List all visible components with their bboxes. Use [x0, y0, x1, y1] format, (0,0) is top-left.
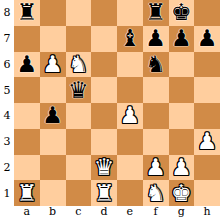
square-g8[interactable]: ♚ [169, 0, 195, 26]
file-labels: abcdefgh [14, 205, 220, 220]
black-rook[interactable]: ♜ [145, 1, 166, 24]
square-a4[interactable] [14, 103, 40, 129]
square-c1[interactable] [66, 180, 92, 206]
square-c8[interactable] [66, 0, 92, 26]
square-e8[interactable] [117, 0, 143, 26]
square-b5[interactable] [40, 77, 66, 103]
square-f3[interactable] [143, 129, 169, 155]
white-queen[interactable]: ♛ [94, 156, 115, 179]
rank-label-7: 7 [0, 26, 14, 52]
square-a3[interactable] [14, 129, 40, 155]
square-b1[interactable] [40, 180, 66, 206]
white-pawn[interactable]: ♟ [120, 104, 141, 127]
black-pawn[interactable]: ♟ [171, 27, 192, 50]
square-d8[interactable] [91, 0, 117, 26]
rank-labels: 87654321 [0, 0, 14, 206]
rank-label-4: 4 [0, 103, 14, 129]
square-h6[interactable] [194, 52, 220, 78]
file-label-g: g [169, 205, 195, 220]
rank-label-8: 8 [0, 0, 14, 26]
square-e2[interactable] [117, 155, 143, 181]
square-a1[interactable]: ♜ [14, 180, 40, 206]
file-label-f: f [143, 205, 169, 220]
square-f5[interactable] [143, 77, 169, 103]
square-h2[interactable] [194, 155, 220, 181]
white-rook[interactable]: ♜ [94, 182, 115, 205]
square-b3[interactable] [40, 129, 66, 155]
square-e3[interactable] [117, 129, 143, 155]
white-pawn[interactable]: ♟ [145, 156, 166, 179]
black-pawn[interactable]: ♟ [145, 27, 166, 50]
white-knight[interactable]: ♞ [145, 182, 166, 205]
black-king[interactable]: ♚ [171, 1, 192, 24]
square-c6[interactable]: ♞ [66, 52, 92, 78]
file-label-b: b [40, 205, 66, 220]
square-e6[interactable] [117, 52, 143, 78]
square-a2[interactable] [14, 155, 40, 181]
chessboard: ♜♜♚♝♟♟♟♟♟♞♞♛♟♟♟♛♟♟♜♜♞♚ [14, 0, 220, 206]
square-b2[interactable] [40, 155, 66, 181]
chess-diagram: 87654321 ♜♜♚♝♟♟♟♟♟♞♞♛♟♟♟♛♟♟♜♜♞♚ abcdefgh [0, 0, 220, 220]
square-h3[interactable]: ♟ [194, 129, 220, 155]
square-d4[interactable] [91, 103, 117, 129]
square-f2[interactable]: ♟ [143, 155, 169, 181]
square-b7[interactable] [40, 26, 66, 52]
square-g3[interactable] [169, 129, 195, 155]
square-f6[interactable]: ♞ [143, 52, 169, 78]
square-c5[interactable]: ♛ [66, 77, 92, 103]
rank-label-5: 5 [0, 77, 14, 103]
square-d3[interactable] [91, 129, 117, 155]
square-c2[interactable] [66, 155, 92, 181]
square-d7[interactable] [91, 26, 117, 52]
rank-label-6: 6 [0, 52, 14, 78]
square-b6[interactable]: ♟ [40, 52, 66, 78]
square-h4[interactable] [194, 103, 220, 129]
square-a5[interactable] [14, 77, 40, 103]
white-rook[interactable]: ♜ [17, 182, 38, 205]
square-f8[interactable]: ♜ [143, 0, 169, 26]
square-f1[interactable]: ♞ [143, 180, 169, 206]
square-b8[interactable] [40, 0, 66, 26]
square-d1[interactable]: ♜ [91, 180, 117, 206]
white-pawn[interactable]: ♟ [42, 53, 63, 76]
square-g6[interactable] [169, 52, 195, 78]
white-pawn[interactable]: ♟ [171, 156, 192, 179]
square-a6[interactable]: ♟ [14, 52, 40, 78]
square-e5[interactable] [117, 77, 143, 103]
white-king[interactable]: ♚ [171, 182, 192, 205]
square-e4[interactable]: ♟ [117, 103, 143, 129]
white-knight[interactable]: ♞ [68, 53, 89, 76]
square-g4[interactable] [169, 103, 195, 129]
file-label-c: c [66, 205, 92, 220]
black-bishop[interactable]: ♝ [120, 27, 141, 50]
file-label-h: h [194, 205, 220, 220]
rank-label-3: 3 [0, 129, 14, 155]
square-e1[interactable] [117, 180, 143, 206]
file-label-d: d [91, 205, 117, 220]
square-e7[interactable]: ♝ [117, 26, 143, 52]
square-a8[interactable]: ♜ [14, 0, 40, 26]
black-queen[interactable]: ♛ [68, 79, 89, 102]
square-c7[interactable] [66, 26, 92, 52]
square-g2[interactable]: ♟ [169, 155, 195, 181]
black-pawn[interactable]: ♟ [197, 27, 218, 50]
square-h7[interactable]: ♟ [194, 26, 220, 52]
square-b4[interactable]: ♟ [40, 103, 66, 129]
black-knight[interactable]: ♞ [145, 53, 166, 76]
rank-label-1: 1 [0, 180, 14, 206]
square-d5[interactable] [91, 77, 117, 103]
black-rook[interactable]: ♜ [17, 1, 38, 24]
square-h5[interactable] [194, 77, 220, 103]
square-d6[interactable] [91, 52, 117, 78]
square-g5[interactable] [169, 77, 195, 103]
file-label-e: e [117, 205, 143, 220]
square-c4[interactable] [66, 103, 92, 129]
white-pawn[interactable]: ♟ [197, 130, 218, 153]
square-c3[interactable] [66, 129, 92, 155]
black-pawn[interactable]: ♟ [17, 53, 38, 76]
square-g1[interactable]: ♚ [169, 180, 195, 206]
square-g7[interactable]: ♟ [169, 26, 195, 52]
square-f7[interactable]: ♟ [143, 26, 169, 52]
square-h8[interactable] [194, 0, 220, 26]
black-pawn[interactable]: ♟ [42, 104, 63, 127]
square-a7[interactable] [14, 26, 40, 52]
file-label-a: a [14, 205, 40, 220]
rank-label-2: 2 [0, 155, 14, 181]
square-f4[interactable] [143, 103, 169, 129]
square-d2[interactable]: ♛ [91, 155, 117, 181]
square-h1[interactable] [194, 180, 220, 206]
